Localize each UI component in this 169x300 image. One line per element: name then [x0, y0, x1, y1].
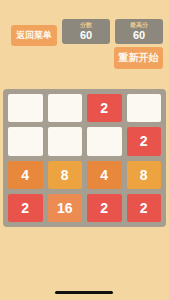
tile-4: 4 [87, 161, 122, 189]
tile-2: 2 [8, 194, 43, 222]
tile-8: 8 [48, 161, 83, 189]
empty-cell [8, 94, 43, 122]
back-to-menu-button[interactable]: 返回菜单 [11, 25, 57, 46]
tile-2: 2 [87, 194, 122, 222]
tile-4: 4 [8, 161, 43, 189]
best-score-label: 最高分 [130, 22, 148, 29]
tile-8: 8 [127, 161, 162, 189]
empty-cell [87, 127, 122, 155]
tile-2: 2 [127, 127, 162, 155]
score-value: 60 [80, 29, 92, 41]
best-score-box: 最高分 60 [115, 19, 163, 44]
home-indicator-bar[interactable] [55, 291, 113, 294]
score-box: 分数 60 [62, 19, 110, 44]
empty-cell [8, 127, 43, 155]
score-label: 分数 [80, 22, 92, 29]
best-score-value: 60 [133, 29, 145, 41]
empty-cell [48, 94, 83, 122]
empty-cell [127, 94, 162, 122]
tile-2: 2 [127, 194, 162, 222]
empty-cell [48, 127, 83, 155]
game-screen: 返回菜单 分数 60 最高分 60 重新开始 22484821622 [0, 0, 169, 300]
restart-button[interactable]: 重新开始 [114, 47, 163, 69]
tile-16: 16 [48, 194, 83, 222]
tile-2: 2 [87, 94, 122, 122]
game-board[interactable]: 22484821622 [3, 89, 166, 227]
